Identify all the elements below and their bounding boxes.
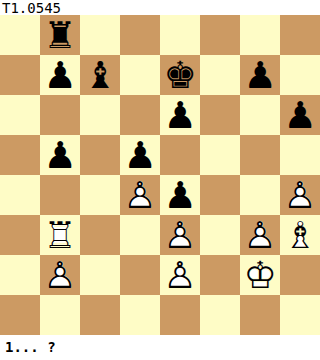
square-e6[interactable]: ♟ <box>160 95 200 135</box>
square-h2[interactable] <box>280 255 320 295</box>
piece-black-pawn[interactable]: ♟ <box>280 95 320 135</box>
square-c2[interactable] <box>80 255 120 295</box>
square-e2[interactable]: ♟♙ <box>160 255 200 295</box>
square-g2[interactable]: ♚♔ <box>240 255 280 295</box>
piece-outline-layer: ♔ <box>240 255 280 295</box>
piece-outline-layer: ♙ <box>160 215 200 255</box>
square-d2[interactable] <box>120 255 160 295</box>
square-d7[interactable] <box>120 55 160 95</box>
square-f5[interactable] <box>200 135 240 175</box>
piece-black-pawn[interactable]: ♟ <box>240 55 280 95</box>
piece-white-pawn[interactable]: ♟♙ <box>240 215 280 255</box>
square-f3[interactable] <box>200 215 240 255</box>
chess-board: ♜♟♝♚♟♟♟♟♟♟♙♟♟♙♜♖♟♙♟♙♝♗♟♙♟♙♚♔ <box>0 15 320 335</box>
square-b7[interactable]: ♟ <box>40 55 80 95</box>
square-f7[interactable] <box>200 55 240 95</box>
square-e7[interactable]: ♚ <box>160 55 200 95</box>
piece-fill-layer: ♟ <box>280 95 320 135</box>
piece-fill-layer: ♝ <box>80 55 120 95</box>
piece-white-pawn[interactable]: ♟♙ <box>40 255 80 295</box>
square-a3[interactable] <box>0 215 40 255</box>
square-h8[interactable] <box>280 15 320 55</box>
piece-fill-layer: ♟ <box>160 95 200 135</box>
square-g4[interactable] <box>240 175 280 215</box>
square-f4[interactable] <box>200 175 240 215</box>
piece-fill-layer: ♜ <box>40 15 80 55</box>
square-c7[interactable]: ♝ <box>80 55 120 95</box>
square-f1[interactable] <box>200 295 240 335</box>
square-b5[interactable]: ♟ <box>40 135 80 175</box>
piece-white-pawn[interactable]: ♟♙ <box>160 215 200 255</box>
piece-fill-layer: ♟ <box>40 135 80 175</box>
square-a5[interactable] <box>0 135 40 175</box>
square-c1[interactable] <box>80 295 120 335</box>
square-a8[interactable] <box>0 15 40 55</box>
square-e5[interactable] <box>160 135 200 175</box>
square-h1[interactable] <box>280 295 320 335</box>
square-c8[interactable] <box>80 15 120 55</box>
square-c5[interactable] <box>80 135 120 175</box>
piece-outline-layer: ♙ <box>120 175 160 215</box>
piece-white-bishop[interactable]: ♝♗ <box>280 215 320 255</box>
piece-outline-layer: ♖ <box>40 215 80 255</box>
square-a2[interactable] <box>0 255 40 295</box>
square-h3[interactable]: ♝♗ <box>280 215 320 255</box>
piece-fill-layer: ♚ <box>160 55 200 95</box>
square-g3[interactable]: ♟♙ <box>240 215 280 255</box>
piece-fill-layer: ♟ <box>160 175 200 215</box>
piece-fill-layer: ♟ <box>120 135 160 175</box>
piece-outline-layer: ♙ <box>280 175 320 215</box>
piece-fill-layer: ♟ <box>40 55 80 95</box>
piece-black-pawn[interactable]: ♟ <box>160 95 200 135</box>
square-d4[interactable]: ♟♙ <box>120 175 160 215</box>
square-h4[interactable]: ♟♙ <box>280 175 320 215</box>
square-f6[interactable] <box>200 95 240 135</box>
piece-black-bishop[interactable]: ♝ <box>80 55 120 95</box>
piece-white-rook[interactable]: ♜♖ <box>40 215 80 255</box>
square-e1[interactable] <box>160 295 200 335</box>
piece-black-pawn[interactable]: ♟ <box>120 135 160 175</box>
puzzle-id: T1.0545 <box>0 0 320 15</box>
square-b8[interactable]: ♜ <box>40 15 80 55</box>
square-h5[interactable] <box>280 135 320 175</box>
piece-outline-layer: ♙ <box>160 255 200 295</box>
square-a7[interactable] <box>0 55 40 95</box>
piece-white-pawn[interactable]: ♟♙ <box>120 175 160 215</box>
square-b3[interactable]: ♜♖ <box>40 215 80 255</box>
piece-black-rook[interactable]: ♜ <box>40 15 80 55</box>
square-e3[interactable]: ♟♙ <box>160 215 200 255</box>
square-b1[interactable] <box>40 295 80 335</box>
square-f2[interactable] <box>200 255 240 295</box>
square-e8[interactable] <box>160 15 200 55</box>
square-b4[interactable] <box>40 175 80 215</box>
square-b6[interactable] <box>40 95 80 135</box>
square-e4[interactable]: ♟ <box>160 175 200 215</box>
piece-black-pawn[interactable]: ♟ <box>160 175 200 215</box>
square-a6[interactable] <box>0 95 40 135</box>
square-f8[interactable] <box>200 15 240 55</box>
square-g6[interactable] <box>240 95 280 135</box>
square-g7[interactable]: ♟ <box>240 55 280 95</box>
move-prompt: 1... ? <box>0 335 320 354</box>
piece-white-king[interactable]: ♚♔ <box>240 255 280 295</box>
piece-outline-layer: ♙ <box>240 215 280 255</box>
square-d6[interactable] <box>120 95 160 135</box>
square-g5[interactable] <box>240 135 280 175</box>
square-h7[interactable] <box>280 55 320 95</box>
square-g8[interactable] <box>240 15 280 55</box>
square-d1[interactable] <box>120 295 160 335</box>
piece-outline-layer: ♙ <box>40 255 80 295</box>
piece-black-pawn[interactable]: ♟ <box>40 55 80 95</box>
square-a4[interactable] <box>0 175 40 215</box>
piece-white-pawn[interactable]: ♟♙ <box>160 255 200 295</box>
square-a1[interactable] <box>0 295 40 335</box>
square-c6[interactable] <box>80 95 120 135</box>
square-g1[interactable] <box>240 295 280 335</box>
piece-black-pawn[interactable]: ♟ <box>40 135 80 175</box>
piece-white-pawn[interactable]: ♟♙ <box>280 175 320 215</box>
square-c3[interactable] <box>80 215 120 255</box>
piece-outline-layer: ♗ <box>280 215 320 255</box>
square-d3[interactable] <box>120 215 160 255</box>
square-h6[interactable]: ♟ <box>280 95 320 135</box>
puzzle-page: T1.0545 ♜♟♝♚♟♟♟♟♟♟♙♟♟♙♜♖♟♙♟♙♝♗♟♙♟♙♚♔ 1..… <box>0 0 320 360</box>
square-b2[interactable]: ♟♙ <box>40 255 80 295</box>
square-d5[interactable]: ♟ <box>120 135 160 175</box>
piece-black-king[interactable]: ♚ <box>160 55 200 95</box>
square-d8[interactable] <box>120 15 160 55</box>
piece-fill-layer: ♟ <box>240 55 280 95</box>
square-c4[interactable] <box>80 175 120 215</box>
